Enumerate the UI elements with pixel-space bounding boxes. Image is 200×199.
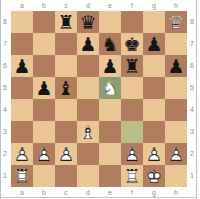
- square-b1[interactable]: [33, 165, 55, 187]
- black-knight[interactable]: ♞: [99, 33, 121, 55]
- square-d7[interactable]: ♟: [77, 33, 99, 55]
- square-f6[interactable]: ♜: [121, 55, 143, 77]
- square-g5[interactable]: [143, 77, 165, 99]
- square-b5[interactable]: ♟: [33, 77, 55, 99]
- rank-label-left-4: 4: [0, 99, 10, 121]
- black-pawn[interactable]: ♟: [11, 55, 33, 77]
- square-f8[interactable]: [121, 11, 143, 33]
- square-a2[interactable]: ♟♙: [11, 143, 33, 165]
- square-d6[interactable]: [77, 55, 99, 77]
- square-h1[interactable]: [165, 165, 187, 187]
- white-pawn-icon: ♙: [121, 143, 143, 165]
- black-rook-icon: ♜: [55, 11, 77, 33]
- square-c4[interactable]: [55, 99, 77, 121]
- rank-label-left-3: 3: [0, 121, 10, 143]
- square-d1[interactable]: [77, 165, 99, 187]
- square-e7[interactable]: ♞: [99, 33, 121, 55]
- square-e3[interactable]: [99, 121, 121, 143]
- square-d8[interactable]: ♛: [77, 11, 99, 33]
- square-g6[interactable]: [143, 55, 165, 77]
- white-queen-icon-fill: ♛: [165, 11, 187, 33]
- rank-label-left-6: 6: [0, 55, 10, 77]
- file-label-bottom-d: d: [77, 188, 99, 197]
- white-pawn[interactable]: ♟♙: [55, 143, 77, 165]
- rank-label-right-4: 4: [187, 99, 197, 121]
- rank-label-right-1: 1: [187, 165, 197, 187]
- black-pawn[interactable]: ♟: [33, 77, 55, 99]
- file-label-bottom-b: b: [33, 188, 55, 197]
- rank-label-right-2: 2: [187, 143, 197, 165]
- square-f1[interactable]: ♜♖: [121, 165, 143, 187]
- square-h6[interactable]: ♟: [165, 55, 187, 77]
- black-pawn-icon: ♟: [99, 55, 121, 77]
- square-c1[interactable]: [55, 165, 77, 187]
- black-king[interactable]: ♚: [121, 33, 143, 55]
- square-h2[interactable]: ♟♙: [165, 143, 187, 165]
- square-h7[interactable]: [165, 33, 187, 55]
- square-b3[interactable]: [33, 121, 55, 143]
- square-g8[interactable]: [143, 11, 165, 33]
- white-pawn[interactable]: ♟♙: [143, 143, 165, 165]
- white-rook-icon: ♖: [121, 165, 143, 187]
- white-pawn[interactable]: ♟♙: [33, 143, 55, 165]
- white-rook[interactable]: ♜♖: [121, 165, 143, 187]
- square-c7[interactable]: [55, 33, 77, 55]
- black-pawn-icon: ♟: [77, 33, 99, 55]
- square-f7[interactable]: ♚: [121, 33, 143, 55]
- black-knight-icon: ♞: [99, 33, 121, 55]
- square-g4[interactable]: [143, 99, 165, 121]
- square-b7[interactable]: [33, 33, 55, 55]
- square-e6[interactable]: ♟: [99, 55, 121, 77]
- square-f5[interactable]: [121, 77, 143, 99]
- white-knight-icon: ♘: [99, 77, 121, 99]
- white-king[interactable]: ♚♔: [143, 165, 165, 187]
- white-pawn-icon: ♙: [33, 143, 55, 165]
- rank-label-left-7: 7: [0, 33, 10, 55]
- chess-app-window: ♜♛♛♕♟♞♚♟♟♟♜♟♟♝♞♘♝♗♟♙♟♙♟♙♟♙♟♙♟♙♜♖♜♖♚♔ aab…: [0, 0, 200, 199]
- white-pawn[interactable]: ♟♙: [11, 143, 33, 165]
- chess-board: ♜♛♛♕♟♞♚♟♟♟♜♟♟♝♞♘♝♗♟♙♟♙♟♙♟♙♟♙♟♙♜♖♜♖♚♔: [11, 11, 187, 187]
- black-pawn[interactable]: ♟: [143, 33, 165, 55]
- square-c3[interactable]: [55, 121, 77, 143]
- square-b6[interactable]: [33, 55, 55, 77]
- square-g7[interactable]: ♟: [143, 33, 165, 55]
- black-pawn-icon: ♟: [165, 55, 187, 77]
- square-d5[interactable]: [77, 77, 99, 99]
- black-bishop-icon: ♝: [55, 77, 77, 99]
- rank-label-left-2: 2: [0, 143, 10, 165]
- white-pawn-icon-fill: ♟: [55, 143, 77, 165]
- square-d4[interactable]: [77, 99, 99, 121]
- file-label-bottom-c: c: [55, 188, 77, 197]
- file-label-bottom-h: h: [165, 188, 187, 197]
- square-c8[interactable]: ♜: [55, 11, 77, 33]
- square-g2[interactable]: ♟♙: [143, 143, 165, 165]
- white-pawn[interactable]: ♟♙: [121, 143, 143, 165]
- square-a3[interactable]: [11, 121, 33, 143]
- square-h3[interactable]: [165, 121, 187, 143]
- white-bishop-icon: ♗: [77, 121, 99, 143]
- square-a7[interactable]: [11, 33, 33, 55]
- black-rook-icon: ♜: [121, 55, 143, 77]
- square-c6[interactable]: [55, 55, 77, 77]
- black-pawn[interactable]: ♟: [165, 55, 187, 77]
- square-a5[interactable]: [11, 77, 33, 99]
- file-label-top-h: h: [165, 1, 187, 10]
- square-e2[interactable]: [99, 143, 121, 165]
- white-pawn-icon: ♙: [11, 143, 33, 165]
- file-label-top-g: g: [143, 1, 165, 10]
- rank-label-right-3: 3: [187, 121, 197, 143]
- rank-label-left-1: 1: [0, 165, 10, 187]
- white-bishop-icon-fill: ♝: [77, 121, 99, 143]
- white-rook-icon-fill: ♜: [11, 165, 33, 187]
- square-f3[interactable]: [121, 121, 143, 143]
- rank-label-right-5: 5: [187, 77, 197, 99]
- white-pawn-icon-fill: ♟: [143, 143, 165, 165]
- square-f4[interactable]: [121, 99, 143, 121]
- file-label-top-b: b: [33, 1, 55, 10]
- white-pawn[interactable]: ♟♙: [165, 143, 187, 165]
- square-e8[interactable]: [99, 11, 121, 33]
- square-h5[interactable]: [165, 77, 187, 99]
- white-king-icon-fill: ♚: [143, 165, 165, 187]
- square-h4[interactable]: [165, 99, 187, 121]
- white-pawn-icon: ♙: [55, 143, 77, 165]
- white-queen-icon: ♕: [165, 11, 187, 33]
- window-border-bottom: [0, 197, 197, 198]
- white-pawn-icon-fill: ♟: [165, 143, 187, 165]
- window-border-right: [196, 0, 197, 199]
- white-rook-icon: ♖: [11, 165, 33, 187]
- square-b8[interactable]: [33, 11, 55, 33]
- square-a8[interactable]: [11, 11, 33, 33]
- black-queen[interactable]: ♛: [77, 11, 99, 33]
- white-king-icon: ♔: [143, 165, 165, 187]
- white-knight[interactable]: ♞♘: [99, 77, 121, 99]
- square-e5[interactable]: ♞♘: [99, 77, 121, 99]
- square-d3[interactable]: ♝♗: [77, 121, 99, 143]
- file-label-top-c: c: [55, 1, 77, 10]
- white-pawn-icon: ♙: [143, 143, 165, 165]
- file-label-bottom-e: e: [99, 188, 121, 197]
- white-pawn-icon-fill: ♟: [33, 143, 55, 165]
- file-label-top-a: a: [11, 1, 33, 10]
- window-border-left: [0, 0, 1, 199]
- file-label-top-f: f: [121, 1, 143, 10]
- black-king-icon: ♚: [121, 33, 143, 55]
- white-rook[interactable]: ♜♖: [11, 165, 33, 187]
- rank-label-right-7: 7: [187, 33, 197, 55]
- square-e4[interactable]: [99, 99, 121, 121]
- black-bishop[interactable]: ♝: [55, 77, 77, 99]
- black-pawn-icon: ♟: [143, 33, 165, 55]
- square-g3[interactable]: [143, 121, 165, 143]
- square-d2[interactable]: [77, 143, 99, 165]
- file-label-top-e: e: [99, 1, 121, 10]
- rank-label-right-8: 8: [187, 11, 197, 33]
- rank-label-left-8: 8: [0, 11, 10, 33]
- black-rook[interactable]: ♜: [121, 55, 143, 77]
- white-bishop[interactable]: ♝♗: [77, 121, 99, 143]
- square-a6[interactable]: ♟: [11, 55, 33, 77]
- square-b4[interactable]: [33, 99, 55, 121]
- white-rook-icon-fill: ♜: [121, 165, 143, 187]
- white-pawn-icon-fill: ♟: [121, 143, 143, 165]
- black-queen-icon: ♛: [77, 11, 99, 33]
- file-label-top-d: d: [77, 1, 99, 10]
- square-b2[interactable]: ♟♙: [33, 143, 55, 165]
- rank-label-left-5: 5: [0, 77, 10, 99]
- black-rook[interactable]: ♜: [55, 11, 77, 33]
- square-a1[interactable]: ♜♖: [11, 165, 33, 187]
- square-a4[interactable]: [11, 99, 33, 121]
- square-e1[interactable]: [99, 165, 121, 187]
- square-f2[interactable]: ♟♙: [121, 143, 143, 165]
- black-pawn-icon: ♟: [11, 55, 33, 77]
- square-c2[interactable]: ♟♙: [55, 143, 77, 165]
- white-knight-icon-fill: ♞: [99, 77, 121, 99]
- square-c5[interactable]: ♝: [55, 77, 77, 99]
- black-pawn[interactable]: ♟: [99, 55, 121, 77]
- file-label-bottom-f: f: [121, 188, 143, 197]
- black-pawn[interactable]: ♟: [77, 33, 99, 55]
- white-pawn-icon-fill: ♟: [11, 143, 33, 165]
- white-queen[interactable]: ♛♕: [165, 11, 187, 33]
- white-pawn-icon: ♙: [165, 143, 187, 165]
- black-pawn-icon: ♟: [33, 77, 55, 99]
- square-g1[interactable]: ♚♔: [143, 165, 165, 187]
- rank-label-right-6: 6: [187, 55, 197, 77]
- file-label-bottom-a: a: [11, 188, 33, 197]
- square-h8[interactable]: ♛♕: [165, 11, 187, 33]
- file-label-bottom-g: g: [143, 188, 165, 197]
